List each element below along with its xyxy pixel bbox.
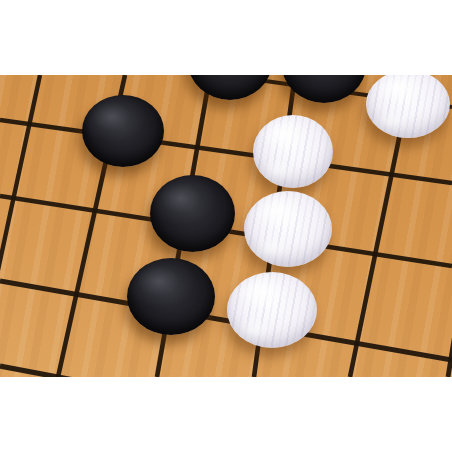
grid-h-line — [0, 366, 452, 377]
letterbox-top — [0, 0, 452, 75]
white-stone-c3r1 — [253, 115, 333, 188]
black-stone-c2r3 — [127, 258, 215, 335]
goban-photo — [0, 75, 452, 377]
white-stone-c3r2 — [244, 191, 332, 267]
white-stone-c3r3 — [227, 272, 317, 348]
screenshot-frame — [0, 0, 452, 452]
black-stone-c2r2 — [150, 175, 235, 252]
black-stone-c1r1 — [82, 95, 164, 167]
grid-h-line — [0, 281, 452, 360]
letterbox-bottom — [0, 377, 452, 452]
grid-v-line — [448, 75, 452, 377]
